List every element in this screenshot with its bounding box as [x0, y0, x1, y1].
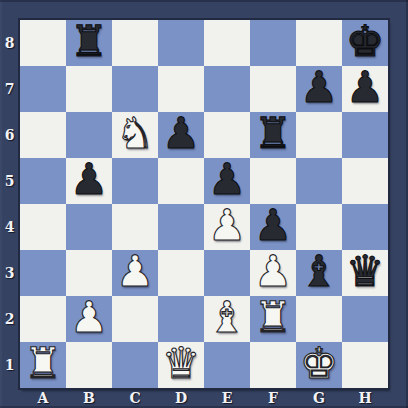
square-c8[interactable] [112, 20, 158, 66]
square-e3[interactable] [204, 250, 250, 296]
square-d4[interactable] [158, 204, 204, 250]
file-label-b: B [66, 389, 112, 408]
chess-board-frame: ♜♚♟♟♞♟♜♟♟♟♟♟♟♝♛♟♝♜♜♛♚ 87654321ABCDEFGH [0, 0, 408, 408]
square-h7[interactable]: ♟ [342, 66, 388, 112]
black-pawn[interactable]: ♟ [254, 202, 293, 248]
square-g3[interactable]: ♝ [296, 250, 342, 296]
square-a5[interactable] [20, 158, 66, 204]
square-b5[interactable]: ♟ [66, 158, 112, 204]
square-a7[interactable] [20, 66, 66, 112]
square-f3[interactable]: ♟ [250, 250, 296, 296]
rank-label-5: 5 [0, 158, 19, 204]
square-d8[interactable] [158, 20, 204, 66]
white-pawn[interactable]: ♟ [116, 248, 155, 294]
square-c1[interactable] [112, 342, 158, 388]
square-h5[interactable] [342, 158, 388, 204]
chess-board: ♜♚♟♟♞♟♜♟♟♟♟♟♟♝♛♟♝♜♜♛♚ [20, 20, 388, 388]
white-pawn[interactable]: ♟ [70, 294, 109, 340]
square-e1[interactable] [204, 342, 250, 388]
square-b8[interactable]: ♜ [66, 20, 112, 66]
file-label-c: C [112, 389, 158, 408]
square-g6[interactable] [296, 112, 342, 158]
square-b4[interactable] [66, 204, 112, 250]
black-rook[interactable]: ♜ [70, 18, 109, 64]
black-king[interactable]: ♚ [346, 18, 385, 64]
square-d3[interactable] [158, 250, 204, 296]
file-label-a: A [20, 389, 66, 408]
black-queen[interactable]: ♛ [346, 248, 385, 294]
square-b6[interactable] [66, 112, 112, 158]
square-f4[interactable]: ♟ [250, 204, 296, 250]
black-pawn[interactable]: ♟ [300, 64, 339, 110]
square-a2[interactable] [20, 296, 66, 342]
white-rook[interactable]: ♜ [24, 340, 63, 386]
white-rook[interactable]: ♜ [254, 294, 293, 340]
black-pawn[interactable]: ♟ [208, 156, 247, 202]
square-e8[interactable] [204, 20, 250, 66]
square-b1[interactable] [66, 342, 112, 388]
file-label-g: G [296, 389, 342, 408]
rank-label-6: 6 [0, 112, 19, 158]
white-queen[interactable]: ♛ [162, 340, 201, 386]
square-d1[interactable]: ♛ [158, 342, 204, 388]
square-c4[interactable] [112, 204, 158, 250]
square-h2[interactable] [342, 296, 388, 342]
square-e6[interactable] [204, 112, 250, 158]
square-g7[interactable]: ♟ [296, 66, 342, 112]
square-f2[interactable]: ♜ [250, 296, 296, 342]
square-d6[interactable]: ♟ [158, 112, 204, 158]
square-f5[interactable] [250, 158, 296, 204]
black-rook[interactable]: ♜ [254, 110, 293, 156]
rank-label-2: 2 [0, 296, 19, 342]
square-g1[interactable]: ♚ [296, 342, 342, 388]
square-g4[interactable] [296, 204, 342, 250]
square-g2[interactable] [296, 296, 342, 342]
rank-label-4: 4 [0, 204, 19, 250]
square-b3[interactable] [66, 250, 112, 296]
file-label-e: E [204, 389, 250, 408]
square-e7[interactable] [204, 66, 250, 112]
square-h3[interactable]: ♛ [342, 250, 388, 296]
white-pawn[interactable]: ♟ [208, 202, 247, 248]
rank-label-1: 1 [0, 342, 19, 388]
square-d5[interactable] [158, 158, 204, 204]
square-c3[interactable]: ♟ [112, 250, 158, 296]
square-a4[interactable] [20, 204, 66, 250]
square-h1[interactable] [342, 342, 388, 388]
square-c6[interactable]: ♞ [112, 112, 158, 158]
rank-label-3: 3 [0, 250, 19, 296]
square-b2[interactable]: ♟ [66, 296, 112, 342]
file-label-f: F [250, 389, 296, 408]
black-pawn[interactable]: ♟ [70, 156, 109, 202]
square-d2[interactable] [158, 296, 204, 342]
black-bishop[interactable]: ♝ [300, 248, 339, 294]
square-g5[interactable] [296, 158, 342, 204]
white-bishop[interactable]: ♝ [208, 294, 247, 340]
square-f7[interactable] [250, 66, 296, 112]
rank-label-7: 7 [0, 66, 19, 112]
square-g8[interactable] [296, 20, 342, 66]
square-a1[interactable]: ♜ [20, 342, 66, 388]
square-e4[interactable]: ♟ [204, 204, 250, 250]
square-a6[interactable] [20, 112, 66, 158]
square-d7[interactable] [158, 66, 204, 112]
square-h6[interactable] [342, 112, 388, 158]
black-pawn[interactable]: ♟ [346, 64, 385, 110]
rank-label-8: 8 [0, 20, 19, 66]
file-label-h: H [342, 389, 388, 408]
square-c5[interactable] [112, 158, 158, 204]
white-knight[interactable]: ♞ [116, 110, 155, 156]
square-e5[interactable]: ♟ [204, 158, 250, 204]
square-a3[interactable] [20, 250, 66, 296]
square-c7[interactable] [112, 66, 158, 112]
black-pawn[interactable]: ♟ [162, 110, 201, 156]
square-f8[interactable] [250, 20, 296, 66]
file-label-d: D [158, 389, 204, 408]
square-e2[interactable]: ♝ [204, 296, 250, 342]
square-a8[interactable] [20, 20, 66, 66]
square-f6[interactable]: ♜ [250, 112, 296, 158]
white-king[interactable]: ♚ [300, 340, 339, 386]
white-pawn[interactable]: ♟ [254, 248, 293, 294]
square-b7[interactable] [66, 66, 112, 112]
square-c2[interactable] [112, 296, 158, 342]
square-h4[interactable] [342, 204, 388, 250]
square-h8[interactable]: ♚ [342, 20, 388, 66]
square-f1[interactable] [250, 342, 296, 388]
